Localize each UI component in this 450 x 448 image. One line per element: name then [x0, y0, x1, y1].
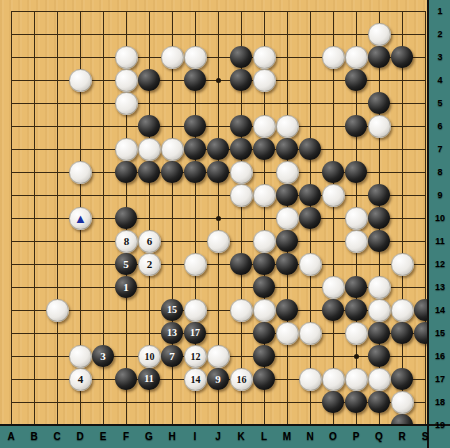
- black-stone-K4[interactable]: [230, 69, 252, 91]
- black-stone-I7[interactable]: [184, 138, 206, 160]
- white-stone-Q14[interactable]: [368, 299, 391, 322]
- row-label-15: 15: [432, 328, 448, 338]
- white-stone-F3[interactable]: [115, 46, 138, 69]
- black-stone-F13[interactable]: 1: [115, 276, 137, 298]
- black-stone-P14[interactable]: [345, 299, 367, 321]
- move-number-label: 14: [191, 375, 201, 385]
- black-stone-G8[interactable]: [138, 161, 160, 183]
- white-stone-D4[interactable]: [69, 69, 92, 92]
- black-stone-N7[interactable]: [299, 138, 321, 160]
- white-stone-D16[interactable]: [69, 345, 92, 368]
- row-label-19: 19: [432, 420, 448, 430]
- black-stone-J7[interactable]: [207, 138, 229, 160]
- move-number-label: 3: [100, 351, 106, 362]
- black-stone-L16[interactable]: [253, 345, 275, 367]
- white-stone-G12[interactable]: 2: [138, 253, 161, 276]
- white-stone-F4[interactable]: [115, 69, 138, 92]
- black-stone-P6[interactable]: [345, 115, 367, 137]
- white-stone-K8[interactable]: [230, 161, 253, 184]
- white-stone-M6[interactable]: [276, 115, 299, 138]
- black-stone-O18[interactable]: [322, 391, 344, 413]
- star-point: [354, 354, 359, 359]
- white-stone-G16[interactable]: 10: [138, 345, 161, 368]
- white-stone-L9[interactable]: [253, 184, 276, 207]
- column-label-P: P: [349, 431, 363, 442]
- white-stone-R18[interactable]: [391, 391, 414, 414]
- black-stone-R15[interactable]: [391, 322, 413, 344]
- move-number-label: 15: [167, 305, 177, 315]
- white-stone-I14[interactable]: [184, 299, 207, 322]
- column-label-D: D: [73, 431, 87, 442]
- board-frame-bottom: [0, 424, 450, 426]
- black-stone-Q11[interactable]: [368, 230, 390, 252]
- black-stone-I6[interactable]: [184, 115, 206, 137]
- black-stone-K6[interactable]: [230, 115, 252, 137]
- black-stone-O14[interactable]: [322, 299, 344, 321]
- row-label-14: 14: [432, 305, 448, 315]
- move-number-label: 9: [215, 374, 221, 385]
- black-stone-H15[interactable]: 13: [161, 322, 183, 344]
- move-number-label: 12: [191, 352, 201, 362]
- move-number-label: 17: [190, 328, 200, 338]
- white-stone-P3[interactable]: [345, 46, 368, 69]
- star-point: [216, 216, 221, 221]
- move-number-label: 1: [123, 282, 129, 293]
- white-stone-R14[interactable]: [391, 299, 414, 322]
- move-number-label: 11: [144, 374, 153, 384]
- black-stone-M9[interactable]: [276, 184, 298, 206]
- white-stone-G7[interactable]: [138, 138, 161, 161]
- white-stone-I12[interactable]: [184, 253, 207, 276]
- black-stone-L7[interactable]: [253, 138, 275, 160]
- column-label-N: N: [303, 431, 317, 442]
- move-number-label: 13: [167, 328, 177, 338]
- column-label-Q: Q: [372, 431, 386, 442]
- white-stone-N12[interactable]: [299, 253, 322, 276]
- row-label-2: 2: [432, 29, 448, 39]
- move-number-label: 5: [123, 259, 129, 270]
- row-label-4: 4: [432, 75, 448, 85]
- white-stone-H7[interactable]: [161, 138, 184, 161]
- row-label-17: 17: [432, 374, 448, 384]
- white-stone-P17[interactable]: [345, 368, 368, 391]
- white-stone-O3[interactable]: [322, 46, 345, 69]
- row-label-13: 13: [432, 282, 448, 292]
- column-label-R: R: [395, 431, 409, 442]
- white-stone-C14[interactable]: [46, 299, 69, 322]
- white-stone-D10[interactable]: ▲: [69, 207, 92, 230]
- black-stone-K3[interactable]: [230, 46, 252, 68]
- board-frame-right: [427, 0, 429, 448]
- black-stone-Q3[interactable]: [368, 46, 390, 68]
- white-stone-I16[interactable]: 12: [184, 345, 207, 368]
- row-label-7: 7: [432, 144, 448, 154]
- white-stone-I3[interactable]: [184, 46, 207, 69]
- black-stone-P8[interactable]: [345, 161, 367, 183]
- white-stone-O9[interactable]: [322, 184, 345, 207]
- row-label-11: 11: [432, 236, 448, 246]
- black-stone-R3[interactable]: [391, 46, 413, 68]
- move-number-label: 4: [78, 374, 84, 385]
- black-stone-M12[interactable]: [276, 253, 298, 275]
- white-stone-P15[interactable]: [345, 322, 368, 345]
- black-stone-L13[interactable]: [253, 276, 275, 298]
- black-stone-N9[interactable]: [299, 184, 321, 206]
- black-stone-M14[interactable]: [276, 299, 298, 321]
- white-stone-G11[interactable]: 6: [138, 230, 161, 253]
- move-number-label: 8: [124, 236, 130, 247]
- black-stone-F10[interactable]: [115, 207, 137, 229]
- black-stone-Q9[interactable]: [368, 184, 390, 206]
- black-stone-Q18[interactable]: [368, 391, 390, 413]
- white-stone-L3[interactable]: [253, 46, 276, 69]
- white-stone-Q13[interactable]: [368, 276, 391, 299]
- white-stone-J16[interactable]: [207, 345, 230, 368]
- white-stone-P11[interactable]: [345, 230, 368, 253]
- white-stone-R12[interactable]: [391, 253, 414, 276]
- move-number-label: 10: [145, 352, 155, 362]
- move-number-label: 6: [147, 236, 153, 247]
- black-stone-G17[interactable]: 11: [138, 368, 160, 390]
- white-stone-L6[interactable]: [253, 115, 276, 138]
- black-stone-O8[interactable]: [322, 161, 344, 183]
- white-stone-L4[interactable]: [253, 69, 276, 92]
- black-stone-I4[interactable]: [184, 69, 206, 91]
- black-stone-M7[interactable]: [276, 138, 298, 160]
- column-label-A: A: [4, 431, 18, 442]
- black-stone-E16[interactable]: 3: [92, 345, 114, 367]
- row-label-1: 1: [432, 6, 448, 16]
- column-label-C: C: [50, 431, 64, 442]
- black-stone-G4[interactable]: [138, 69, 160, 91]
- move-number-label: 2: [147, 259, 153, 270]
- go-game-screenshot: ▲8652115131731071241114916 ABCDEFGHIJKLM…: [0, 0, 450, 448]
- white-stone-H3[interactable]: [161, 46, 184, 69]
- black-stone-G6[interactable]: [138, 115, 160, 137]
- column-label-J: J: [211, 431, 225, 442]
- black-stone-P18[interactable]: [345, 391, 367, 413]
- white-stone-L11[interactable]: [253, 230, 276, 253]
- black-stone-M11[interactable]: [276, 230, 298, 252]
- grid-line-horizontal: [11, 264, 426, 265]
- move-number-label: 7: [169, 351, 175, 362]
- row-label-9: 9: [432, 190, 448, 200]
- white-stone-Q2[interactable]: [368, 23, 391, 46]
- row-label-16: 16: [432, 351, 448, 361]
- star-point: [216, 78, 221, 83]
- column-label-I: I: [188, 431, 202, 442]
- black-stone-F8[interactable]: [115, 161, 137, 183]
- white-stone-M10[interactable]: [276, 207, 299, 230]
- column-label-K: K: [234, 431, 248, 442]
- black-stone-L12[interactable]: [253, 253, 275, 275]
- black-stone-L17[interactable]: [253, 368, 275, 390]
- black-stone-H8[interactable]: [161, 161, 183, 183]
- white-stone-O17[interactable]: [322, 368, 345, 391]
- column-label-M: M: [280, 431, 294, 442]
- white-stone-F7[interactable]: [115, 138, 138, 161]
- black-stone-H16[interactable]: 7: [161, 345, 183, 367]
- white-stone-Q6[interactable]: [368, 115, 391, 138]
- row-label-10: 10: [432, 213, 448, 223]
- column-label-L: L: [257, 431, 271, 442]
- column-label-O: O: [326, 431, 340, 442]
- white-stone-K17[interactable]: 16: [230, 368, 253, 391]
- row-label-5: 5: [432, 98, 448, 108]
- black-stone-K12[interactable]: [230, 253, 252, 275]
- grid-line-vertical: [333, 11, 334, 426]
- black-stone-I15[interactable]: 17: [184, 322, 206, 344]
- black-stone-H14[interactable]: 15: [161, 299, 183, 321]
- row-label-3: 3: [432, 52, 448, 62]
- move-number-label: 16: [237, 375, 247, 385]
- white-stone-F11[interactable]: 8: [115, 230, 138, 253]
- white-stone-N15[interactable]: [299, 322, 322, 345]
- white-stone-M15[interactable]: [276, 322, 299, 345]
- black-stone-Q10[interactable]: [368, 207, 390, 229]
- white-stone-P10[interactable]: [345, 207, 368, 230]
- white-stone-J11[interactable]: [207, 230, 230, 253]
- column-label-F: F: [119, 431, 133, 442]
- row-label-8: 8: [432, 167, 448, 177]
- black-stone-I8[interactable]: [184, 161, 206, 183]
- triangle-mark-icon: ▲: [74, 212, 87, 225]
- grid-line-vertical: [402, 11, 403, 426]
- column-label-H: H: [165, 431, 179, 442]
- column-label-B: B: [27, 431, 41, 442]
- black-stone-F17[interactable]: [115, 368, 137, 390]
- black-stone-J17[interactable]: 9: [207, 368, 229, 390]
- white-stone-D17[interactable]: 4: [69, 368, 92, 391]
- black-stone-P4[interactable]: [345, 69, 367, 91]
- black-stone-Q5[interactable]: [368, 92, 390, 114]
- grid-line-vertical: [425, 11, 426, 426]
- black-stone-K7[interactable]: [230, 138, 252, 160]
- column-label-E: E: [96, 431, 110, 442]
- go-board[interactable]: ▲8652115131731071241114916: [0, 0, 450, 448]
- white-stone-D8[interactable]: [69, 161, 92, 184]
- white-stone-L14[interactable]: [253, 299, 276, 322]
- black-stone-J8[interactable]: [207, 161, 229, 183]
- black-stone-N10[interactable]: [299, 207, 321, 229]
- black-stone-R17[interactable]: [391, 368, 413, 390]
- white-stone-N17[interactable]: [299, 368, 322, 391]
- white-stone-M8[interactable]: [276, 161, 299, 184]
- column-label-G: G: [142, 431, 156, 442]
- black-stone-P13[interactable]: [345, 276, 367, 298]
- row-label-6: 6: [432, 121, 448, 131]
- black-stone-L15[interactable]: [253, 322, 275, 344]
- black-stone-Q15[interactable]: [368, 322, 390, 344]
- row-label-18: 18: [432, 397, 448, 407]
- white-stone-K14[interactable]: [230, 299, 253, 322]
- white-stone-O13[interactable]: [322, 276, 345, 299]
- column-label-S: S: [418, 431, 432, 442]
- white-stone-F5[interactable]: [115, 92, 138, 115]
- row-label-12: 12: [432, 259, 448, 269]
- white-stone-K9[interactable]: [230, 184, 253, 207]
- black-stone-F12[interactable]: 5: [115, 253, 137, 275]
- white-stone-I17[interactable]: 14: [184, 368, 207, 391]
- white-stone-Q17[interactable]: [368, 368, 391, 391]
- black-stone-Q16[interactable]: [368, 345, 390, 367]
